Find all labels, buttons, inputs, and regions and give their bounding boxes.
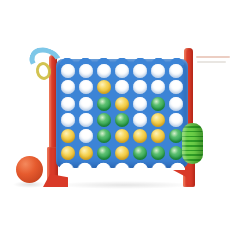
cell-r5-c1 <box>59 128 77 144</box>
cell-r2-c2 <box>77 79 95 95</box>
cell-r6-c3 <box>95 145 113 161</box>
cell-r3-c7 <box>167 96 185 112</box>
empty-slot <box>61 97 75 111</box>
empty-slot <box>79 64 93 78</box>
cell-r1-c3 <box>95 63 113 79</box>
green-disc <box>97 97 111 111</box>
cell-r3-c5 <box>131 96 149 112</box>
cell-r1-c6 <box>149 63 167 79</box>
green-disc <box>115 113 129 127</box>
empty-slot <box>133 113 147 127</box>
empty-slot <box>169 64 183 78</box>
cell-r1-c1 <box>59 63 77 79</box>
empty-slot <box>61 64 75 78</box>
empty-slot <box>151 80 165 94</box>
cell-r4-c5 <box>131 112 149 128</box>
connect-four-board <box>56 59 188 168</box>
green-spring <box>182 123 203 164</box>
cell-r5-c4 <box>113 128 131 144</box>
cell-r6-c6 <box>149 145 167 161</box>
green-disc <box>151 97 165 111</box>
yellow-disc <box>61 129 75 143</box>
faint-attachment-line <box>196 56 230 58</box>
cell-r4-c1 <box>59 112 77 128</box>
cell-r5-c5 <box>131 128 149 144</box>
green-disc <box>97 146 111 160</box>
yellow-disc <box>61 146 75 160</box>
empty-slot <box>169 113 183 127</box>
yellow-disc <box>151 113 165 127</box>
yellow-disc <box>133 129 147 143</box>
empty-slot <box>169 80 183 94</box>
cell-r5-c6 <box>149 128 167 144</box>
cell-r2-c7 <box>167 79 185 95</box>
cell-r4-c2 <box>77 112 95 128</box>
cell-r2-c5 <box>131 79 149 95</box>
cell-r3-c3 <box>95 96 113 112</box>
yellow-disc <box>115 146 129 160</box>
empty-slot <box>97 64 111 78</box>
yellow-disc <box>79 146 93 160</box>
cell-r2-c3 <box>95 79 113 95</box>
board-grid <box>59 63 185 161</box>
cell-r6-c4 <box>113 145 131 161</box>
cell-r2-c6 <box>149 79 167 95</box>
cell-r4-c7 <box>167 112 185 128</box>
cell-r1-c5 <box>131 63 149 79</box>
empty-slot <box>115 64 129 78</box>
cell-r3-c1 <box>59 96 77 112</box>
cell-r6-c5 <box>131 145 149 161</box>
cell-r4-c6 <box>149 112 167 128</box>
cell-r3-c4 <box>113 96 131 112</box>
cell-r1-c4 <box>113 63 131 79</box>
cell-r6-c1 <box>59 145 77 161</box>
yellow-disc <box>97 80 111 94</box>
cell-r4-c4 <box>113 112 131 128</box>
empty-slot <box>61 113 75 127</box>
red-ball <box>16 156 43 183</box>
green-disc <box>151 146 165 160</box>
green-disc <box>97 129 111 143</box>
empty-slot <box>79 80 93 94</box>
empty-slot <box>151 64 165 78</box>
empty-slot <box>115 80 129 94</box>
cell-r2-c4 <box>113 79 131 95</box>
green-disc <box>169 146 183 160</box>
cell-r4-c3 <box>95 112 113 128</box>
green-disc <box>97 113 111 127</box>
empty-slot <box>79 129 93 143</box>
cell-r5-c2 <box>77 128 95 144</box>
cell-r2-c1 <box>59 79 77 95</box>
yellow-disc <box>115 97 129 111</box>
cell-r1-c2 <box>77 63 95 79</box>
empty-slot <box>61 80 75 94</box>
empty-slot <box>133 80 147 94</box>
yellow-disc <box>115 129 129 143</box>
green-disc <box>169 129 183 143</box>
empty-slot <box>133 64 147 78</box>
empty-slot <box>169 97 183 111</box>
cell-r3-c2 <box>77 96 95 112</box>
cell-r5-c3 <box>95 128 113 144</box>
cell-r3-c6 <box>149 96 167 112</box>
green-disc <box>133 146 147 160</box>
stand-shadow <box>54 181 194 189</box>
faint-attachment-line <box>197 61 226 63</box>
photo-scene <box>0 0 235 235</box>
yellow-disc <box>151 129 165 143</box>
empty-slot <box>79 97 93 111</box>
empty-slot <box>79 113 93 127</box>
cell-r6-c2 <box>77 145 95 161</box>
empty-slot <box>133 97 147 111</box>
cell-r1-c7 <box>167 63 185 79</box>
